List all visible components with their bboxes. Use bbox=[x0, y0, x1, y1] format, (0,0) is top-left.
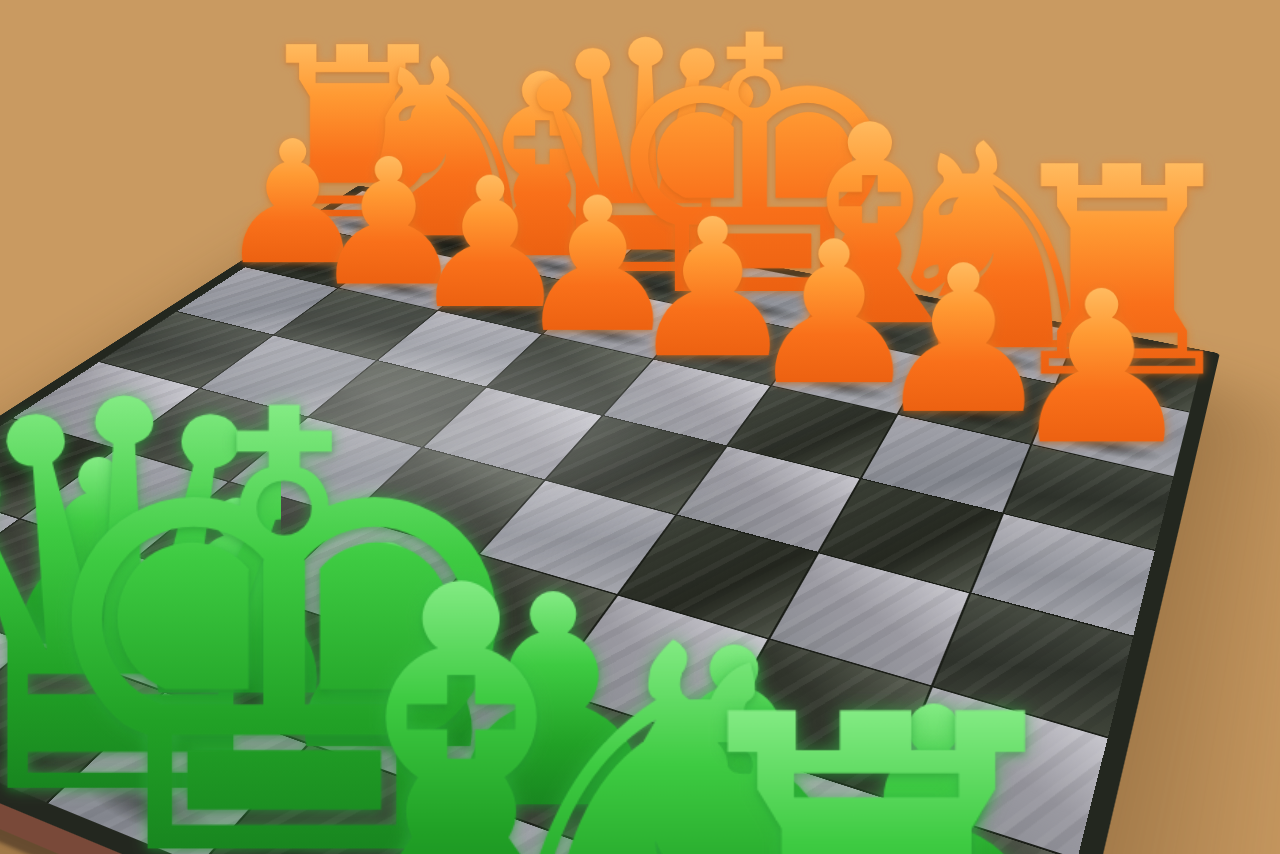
photo-stage: ♜♞♝♛♚♝♞♜♟♟♟♟♟♟♟♟♟♟♟♟♟♟♟♟♜♞♝♛♚♝♞♜ bbox=[0, 0, 1280, 854]
piece-black-pawn[interactable]: ♟ bbox=[1008, 280, 1197, 459]
board-perspective-wrap: ♜♞♝♛♚♝♞♜♟♟♟♟♟♟♟♟♟♟♟♟♟♟♟♟♜♞♝♛♚♝♞♜ bbox=[0, 185, 1220, 854]
piece-white-rook[interactable]: ♜ bbox=[640, 690, 1114, 854]
scene: ♜♞♝♛♚♝♞♜♟♟♟♟♟♟♟♟♟♟♟♟♟♟♟♟♜♞♝♛♚♝♞♜ bbox=[0, 0, 1280, 854]
square-h7[interactable]: ♟ bbox=[1032, 385, 1189, 476]
board-grid: ♜♞♝♛♚♝♞♜♟♟♟♟♟♟♟♟♟♟♟♟♟♟♟♟♜♞♝♛♚♝♞♜ bbox=[0, 191, 1204, 854]
chess-board: ♜♞♝♛♚♝♞♜♟♟♟♟♟♟♟♟♟♟♟♟♟♟♟♟♜♞♝♛♚♝♞♜ bbox=[0, 185, 1220, 854]
